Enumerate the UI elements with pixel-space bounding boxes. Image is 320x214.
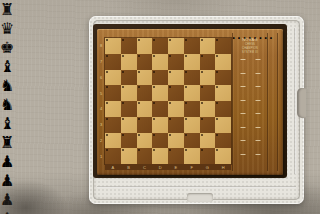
button-label-mark [255, 140, 260, 141]
square-c4[interactable] [137, 101, 153, 117]
sensor-dot [122, 71, 124, 73]
panel-button-r6c2[interactable] [255, 130, 261, 136]
panel-button-cell [250, 113, 265, 127]
square-b7[interactable] [121, 54, 137, 70]
panel-button-r4c1[interactable] [240, 103, 246, 109]
square-c6[interactable] [137, 70, 153, 86]
button-label-mark [240, 127, 245, 128]
square-e8[interactable] [168, 38, 184, 54]
panel-button-cell [235, 86, 250, 100]
square-b2[interactable] [121, 133, 137, 149]
panel-button-r3c1[interactable] [240, 90, 246, 96]
square-f7[interactable] [184, 54, 200, 70]
square-c7[interactable] [137, 54, 153, 70]
square-d3[interactable] [152, 117, 168, 133]
button-label-mark [240, 140, 245, 141]
sensor-dot [185, 134, 187, 136]
file-labels: ABCDEFGH [105, 164, 231, 170]
square-c5[interactable] [137, 85, 153, 101]
sensor-dot [169, 55, 171, 57]
sensor-dot [201, 55, 203, 57]
button-label-mark [255, 127, 260, 128]
panel-button-cell [250, 140, 265, 154]
rank-labels: 87654321 [97, 38, 105, 164]
panel-button-r5c2[interactable] [255, 117, 261, 123]
square-a5[interactable] [105, 85, 121, 101]
sensor-dot [201, 39, 203, 41]
sensor-dot [122, 55, 124, 57]
square-b5[interactable] [121, 85, 137, 101]
button-label-mark [240, 100, 245, 101]
square-d1[interactable] [152, 148, 168, 164]
button-label-mark [240, 113, 245, 114]
square-c2[interactable] [137, 133, 153, 149]
box-finger-notch [297, 88, 306, 118]
sensor-dot [106, 102, 108, 104]
panel-button-cell [235, 140, 250, 154]
square-e7[interactable] [168, 54, 184, 70]
sensor-dot [122, 134, 124, 136]
square-f1[interactable] [184, 148, 200, 164]
sensor-dot [138, 55, 140, 57]
square-b1[interactable] [121, 148, 137, 164]
square-h8[interactable] [215, 38, 231, 54]
panel-groove [267, 33, 268, 171]
sensor-dot [169, 118, 171, 120]
chess-computer-board: 87654321 ABCDEFGH NOVAG CHESS CHAMPION S… [97, 29, 283, 175]
sensor-dot [153, 102, 155, 104]
square-f3[interactable] [184, 117, 200, 133]
square-h3[interactable] [215, 117, 231, 133]
square-h2[interactable] [215, 133, 231, 149]
sensor-dot [138, 71, 140, 73]
square-b8[interactable] [121, 38, 137, 54]
sensor-dot [169, 102, 171, 104]
sensor-dot [216, 55, 218, 57]
square-d2[interactable] [152, 133, 168, 149]
sensor-dot [153, 39, 155, 41]
button-label-mark [255, 100, 260, 101]
panel-button-r2c2[interactable] [255, 76, 261, 82]
side-mark-8: · [268, 29, 273, 46]
file-label-e: E [168, 164, 184, 170]
button-label-mark [255, 86, 260, 87]
panel-button-cell [250, 154, 265, 168]
square-e2[interactable] [168, 133, 184, 149]
sensor-dot [185, 71, 187, 73]
button-label-mark [240, 86, 245, 87]
file-label-h: H [215, 164, 231, 170]
control-panel: NOVAG CHESS CHAMPION SYSTEM III ········ [231, 29, 283, 175]
panel-button-r6c1[interactable] [240, 130, 246, 136]
sensor-dot [122, 102, 124, 104]
square-h6[interactable] [215, 70, 231, 86]
square-d5[interactable] [152, 85, 168, 101]
sensor-dot [153, 71, 155, 73]
button-label-mark [240, 59, 245, 60]
sensor-dot [153, 149, 155, 151]
square-d7[interactable] [152, 54, 168, 70]
panel-button-r3c2[interactable] [255, 90, 261, 96]
box-right-ridge [294, 28, 296, 174]
square-h1[interactable] [215, 148, 231, 164]
square-a3[interactable] [105, 117, 121, 133]
photo-scene: 87654321 ABCDEFGH NOVAG CHESS CHAMPION S… [0, 0, 320, 214]
square-e4[interactable] [168, 101, 184, 117]
sensor-dot [201, 118, 203, 120]
square-g3[interactable] [200, 117, 216, 133]
sensor-dot [122, 39, 124, 41]
panel-button-cell [250, 73, 265, 87]
panel-button-cell [235, 73, 250, 87]
panel-button-grid [235, 59, 265, 167]
sensor-dot [185, 149, 187, 151]
sensor-dot [106, 71, 108, 73]
brand-plaque: NOVAG CHESS CHAMPION SYSTEM III [236, 37, 264, 54]
square-f5[interactable] [184, 85, 200, 101]
sensor-dot [169, 86, 171, 88]
panel-button-r4c2[interactable] [255, 103, 261, 109]
sensor-dot [138, 39, 140, 41]
square-h5[interactable] [215, 85, 231, 101]
square-c3[interactable] [137, 117, 153, 133]
brand-line-2: CHESS CHAMPION [237, 42, 262, 49]
panel-button-cell [235, 100, 250, 114]
panel-button-r2c1[interactable] [240, 76, 246, 82]
sensor-dot [138, 86, 140, 88]
sensor-dot [122, 149, 124, 151]
sensor-dot [138, 149, 140, 151]
square-g8[interactable] [200, 38, 216, 54]
square-g4[interactable] [200, 101, 216, 117]
rank-label-5: 5 [97, 85, 105, 101]
rank-label-3: 3 [97, 117, 105, 133]
sensor-dot [153, 86, 155, 88]
square-g5[interactable] [200, 85, 216, 101]
square-a6[interactable] [105, 70, 121, 86]
sensor-dot [216, 149, 218, 151]
file-label-c: C [137, 164, 153, 170]
panel-button-cell [250, 86, 265, 100]
sensor-dot [201, 149, 203, 151]
sensor-dot [169, 149, 171, 151]
rank-label-2: 2 [97, 133, 105, 149]
sensor-dot [185, 39, 187, 41]
square-a2[interactable] [105, 133, 121, 149]
sensor-dot [185, 102, 187, 104]
square-f4[interactable] [184, 101, 200, 117]
square-a8[interactable] [105, 38, 121, 54]
square-b4[interactable] [121, 101, 137, 117]
sensor-dot [201, 102, 203, 104]
button-label-mark [255, 73, 260, 74]
panel-button-r5c1[interactable] [240, 117, 246, 123]
rank-label-7: 7 [97, 54, 105, 70]
rank-label-6: 6 [97, 70, 105, 86]
square-h7[interactable] [215, 54, 231, 70]
panel-button-r7c2[interactable] [255, 144, 261, 150]
panel-button-cell [250, 59, 265, 73]
button-label-mark [240, 73, 245, 74]
square-g7[interactable] [200, 54, 216, 70]
square-f2[interactable] [184, 133, 200, 149]
square-g6[interactable] [200, 70, 216, 86]
square-d8[interactable] [152, 38, 168, 54]
brand-line-1: NOVAG [236, 37, 264, 42]
panel-button-cell [250, 100, 265, 114]
square-b6[interactable] [121, 70, 137, 86]
sensor-dot [138, 102, 140, 104]
square-d6[interactable] [152, 70, 168, 86]
sensor-dot [106, 39, 108, 41]
file-label-f: F [184, 164, 200, 170]
square-a1[interactable] [105, 148, 121, 164]
sensor-dot [216, 102, 218, 104]
sensor-dot [106, 86, 108, 88]
sensor-dot [185, 118, 187, 120]
file-label-a: A [105, 164, 121, 170]
brand-line-3: SYSTEM III [237, 50, 262, 54]
file-label-d: D [152, 164, 168, 170]
button-label-mark [255, 59, 260, 60]
sensor-dot [106, 134, 108, 136]
rank-label-8: 8 [97, 38, 105, 54]
sensor-dot [169, 134, 171, 136]
button-label-mark [255, 113, 260, 114]
panel-button-r1c1[interactable] [240, 63, 246, 69]
button-label-mark [255, 154, 260, 155]
sensor-dot [153, 55, 155, 57]
sensor-dot [201, 86, 203, 88]
sensor-dot [122, 86, 124, 88]
panel-button-cell [235, 59, 250, 73]
square-e5[interactable] [168, 85, 184, 101]
square-c8[interactable] [137, 38, 153, 54]
sensor-dot [153, 118, 155, 120]
rank-label-1: 1 [97, 148, 105, 164]
square-b3[interactable] [121, 117, 137, 133]
file-label-b: B [121, 164, 137, 170]
sensor-dot [185, 86, 187, 88]
panel-button-r8c2[interactable] [255, 157, 261, 163]
sensor-dot [216, 39, 218, 41]
square-f8[interactable] [184, 38, 200, 54]
square-g1[interactable] [200, 148, 216, 164]
square-d4[interactable] [152, 101, 168, 117]
panel-button-r8c1[interactable] [240, 157, 246, 163]
panel-groove [277, 33, 278, 171]
panel-button-cell [235, 127, 250, 141]
sensor-dot [106, 118, 108, 120]
sensor-dot [138, 118, 140, 120]
sensor-dot [106, 149, 108, 151]
file-label-g: G [200, 164, 216, 170]
sensor-dot [153, 134, 155, 136]
square-e3[interactable] [168, 117, 184, 133]
square-a7[interactable] [105, 54, 121, 70]
sensor-dot [138, 134, 140, 136]
panel-button-cell [235, 113, 250, 127]
square-e1[interactable] [168, 148, 184, 164]
square-f6[interactable] [184, 70, 200, 86]
panel-button-r1c2[interactable] [255, 63, 261, 69]
sensor-dot [216, 86, 218, 88]
sensor-dot [216, 118, 218, 120]
sensor-dot [201, 134, 203, 136]
sensor-dot [216, 134, 218, 136]
sensor-dot [169, 71, 171, 73]
square-c1[interactable] [137, 148, 153, 164]
chessboard [105, 38, 231, 164]
sensor-dot [216, 71, 218, 73]
square-g2[interactable] [200, 133, 216, 149]
panel-button-cell [235, 154, 250, 168]
box-bottom-ridge [97, 186, 296, 188]
square-e6[interactable] [168, 70, 184, 86]
panel-groove [232, 33, 233, 171]
sensor-dot [122, 118, 124, 120]
button-label-mark [240, 154, 245, 155]
sensor-dot [169, 39, 171, 41]
box-bottom-tab [187, 193, 213, 202]
square-a4[interactable] [105, 101, 121, 117]
sensor-dot [201, 71, 203, 73]
panel-button-r7c1[interactable] [240, 144, 246, 150]
square-h4[interactable] [215, 101, 231, 117]
sensor-dot [106, 55, 108, 57]
sensor-dot [185, 55, 187, 57]
panel-button-cell [250, 127, 265, 141]
rank-label-4: 4 [97, 101, 105, 117]
